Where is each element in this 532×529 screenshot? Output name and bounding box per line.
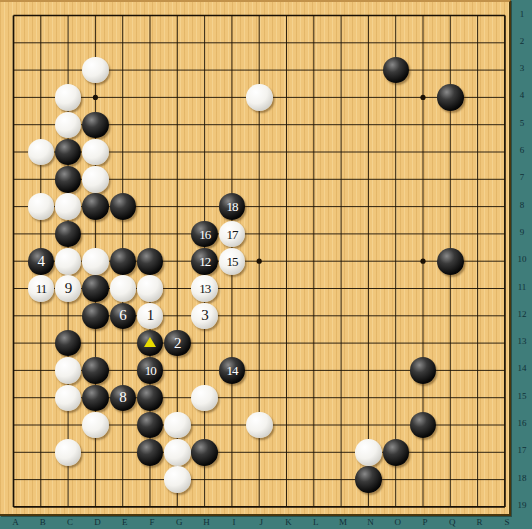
move-number: 10 (145, 364, 156, 377)
stone-black[interactable]: 4 (28, 248, 55, 275)
stone-white[interactable] (164, 439, 191, 466)
stone-black[interactable] (110, 193, 137, 220)
row-label: 10 (512, 255, 532, 264)
stone-black[interactable] (110, 248, 137, 275)
stone-black[interactable] (82, 275, 109, 302)
move-number: 9 (65, 281, 72, 296)
row-label: 11 (512, 283, 532, 292)
row-label: 4 (512, 91, 532, 100)
stone-white[interactable]: 15 (219, 248, 246, 275)
stone-black[interactable]: 12 (191, 248, 218, 275)
stone-white[interactable]: 1 (137, 303, 164, 330)
row-label: 6 (512, 146, 532, 155)
move-number: 6 (119, 308, 126, 323)
stone-black[interactable]: 10 (137, 357, 164, 384)
col-label: K (275, 518, 302, 527)
move-number: 13 (199, 282, 210, 295)
stone-black[interactable] (137, 385, 164, 412)
stone-black[interactable] (137, 439, 164, 466)
stone-white[interactable] (110, 275, 137, 302)
stone-white[interactable] (82, 248, 109, 275)
stone-white[interactable] (55, 84, 82, 111)
col-label: O (384, 518, 411, 527)
row-label: 9 (512, 228, 532, 237)
stone-black[interactable] (137, 330, 164, 357)
move-number: 15 (227, 255, 238, 268)
stone-white[interactable] (28, 193, 55, 220)
col-label: E (111, 518, 138, 527)
move-number: 12 (199, 255, 210, 268)
stone-white[interactable]: 9 (55, 275, 82, 302)
stone-white[interactable]: 11 (28, 275, 55, 302)
col-label: L (302, 518, 329, 527)
stone-white[interactable] (55, 193, 82, 220)
move-number: 16 (199, 228, 210, 241)
row-label: 3 (512, 64, 532, 73)
stone-black[interactable] (137, 248, 164, 275)
stone-white[interactable] (246, 84, 273, 111)
col-label: Q (439, 518, 466, 527)
move-number: 8 (119, 390, 126, 405)
stone-white[interactable]: 17 (219, 221, 246, 248)
row-label: 8 (512, 201, 532, 210)
stone-black[interactable] (383, 439, 410, 466)
stone-black[interactable] (82, 303, 109, 330)
stone-black[interactable] (437, 248, 464, 275)
stone-white[interactable] (55, 439, 82, 466)
col-label: A (2, 518, 29, 527)
row-label: 5 (512, 119, 532, 128)
stone-black[interactable] (437, 84, 464, 111)
stone-black[interactable] (410, 357, 437, 384)
row-label: 2 (512, 37, 532, 46)
row-label: 12 (512, 310, 532, 319)
stone-white[interactable] (137, 275, 164, 302)
col-label: S (493, 518, 520, 527)
go-board: 1816174121511913613210148 (0, 0, 511, 516)
stone-black[interactable] (191, 439, 218, 466)
row-label: 18 (512, 474, 532, 483)
stone-black[interactable] (55, 139, 82, 166)
col-label: M (330, 518, 357, 527)
stone-white[interactable] (191, 385, 218, 412)
move-number: 2 (174, 336, 181, 351)
row-label: 15 (512, 392, 532, 401)
stone-black[interactable] (82, 385, 109, 412)
move-number: 4 (37, 254, 44, 269)
row-label: 14 (512, 364, 532, 373)
board-grid[interactable]: 1816174121511913613210148 (0, 2, 519, 521)
row-label: 17 (512, 446, 532, 455)
col-label: P (412, 518, 439, 527)
stone-black[interactable] (410, 412, 437, 439)
stone-white[interactable]: 3 (191, 303, 218, 330)
stone-white[interactable] (55, 112, 82, 139)
col-label: J (248, 518, 275, 527)
stone-white[interactable] (55, 357, 82, 384)
stone-black[interactable]: 8 (110, 385, 137, 412)
stone-black[interactable]: 6 (110, 303, 137, 330)
col-label: D (84, 518, 111, 527)
stone-black[interactable]: 18 (219, 193, 246, 220)
move-number: 18 (227, 200, 238, 213)
stone-black[interactable] (82, 193, 109, 220)
row-label: 19 (512, 501, 532, 510)
stone-white[interactable] (28, 139, 55, 166)
stone-black[interactable]: 14 (219, 357, 246, 384)
stone-white[interactable] (55, 385, 82, 412)
stone-black[interactable] (55, 166, 82, 193)
col-label: G (166, 518, 193, 527)
stone-white[interactable] (82, 57, 109, 84)
stone-white[interactable]: 13 (191, 275, 218, 302)
stone-black[interactable] (383, 57, 410, 84)
move-number: 17 (227, 228, 238, 241)
stone-black[interactable] (355, 466, 382, 493)
stone-white[interactable] (82, 412, 109, 439)
stone-white[interactable] (82, 166, 109, 193)
stone-black[interactable] (137, 412, 164, 439)
col-label: N (357, 518, 384, 527)
row-label: 16 (512, 419, 532, 428)
move-number: 14 (227, 364, 238, 377)
stone-black[interactable]: 16 (191, 221, 218, 248)
col-label: R (466, 518, 493, 527)
row-label: 13 (512, 337, 532, 346)
move-number: 3 (201, 308, 208, 323)
stone-white[interactable] (355, 439, 382, 466)
stone-white[interactable] (55, 248, 82, 275)
col-label: C (57, 518, 84, 527)
triangle-mark-icon (144, 337, 156, 347)
move-number: 11 (36, 282, 47, 295)
col-label: H (193, 518, 220, 527)
stone-white[interactable] (246, 412, 273, 439)
stone-black[interactable] (82, 357, 109, 384)
stone-white[interactable] (164, 412, 191, 439)
row-label: 1 (512, 10, 532, 19)
stone-white[interactable] (164, 466, 191, 493)
col-label: F (139, 518, 166, 527)
col-label: B (29, 518, 56, 527)
stone-black[interactable]: 2 (164, 330, 191, 357)
col-label: I (220, 518, 247, 527)
stone-black[interactable] (82, 112, 109, 139)
stone-black[interactable] (55, 221, 82, 248)
stone-white[interactable] (82, 139, 109, 166)
row-label: 7 (512, 173, 532, 182)
move-number: 1 (147, 308, 154, 323)
stone-black[interactable] (55, 330, 82, 357)
